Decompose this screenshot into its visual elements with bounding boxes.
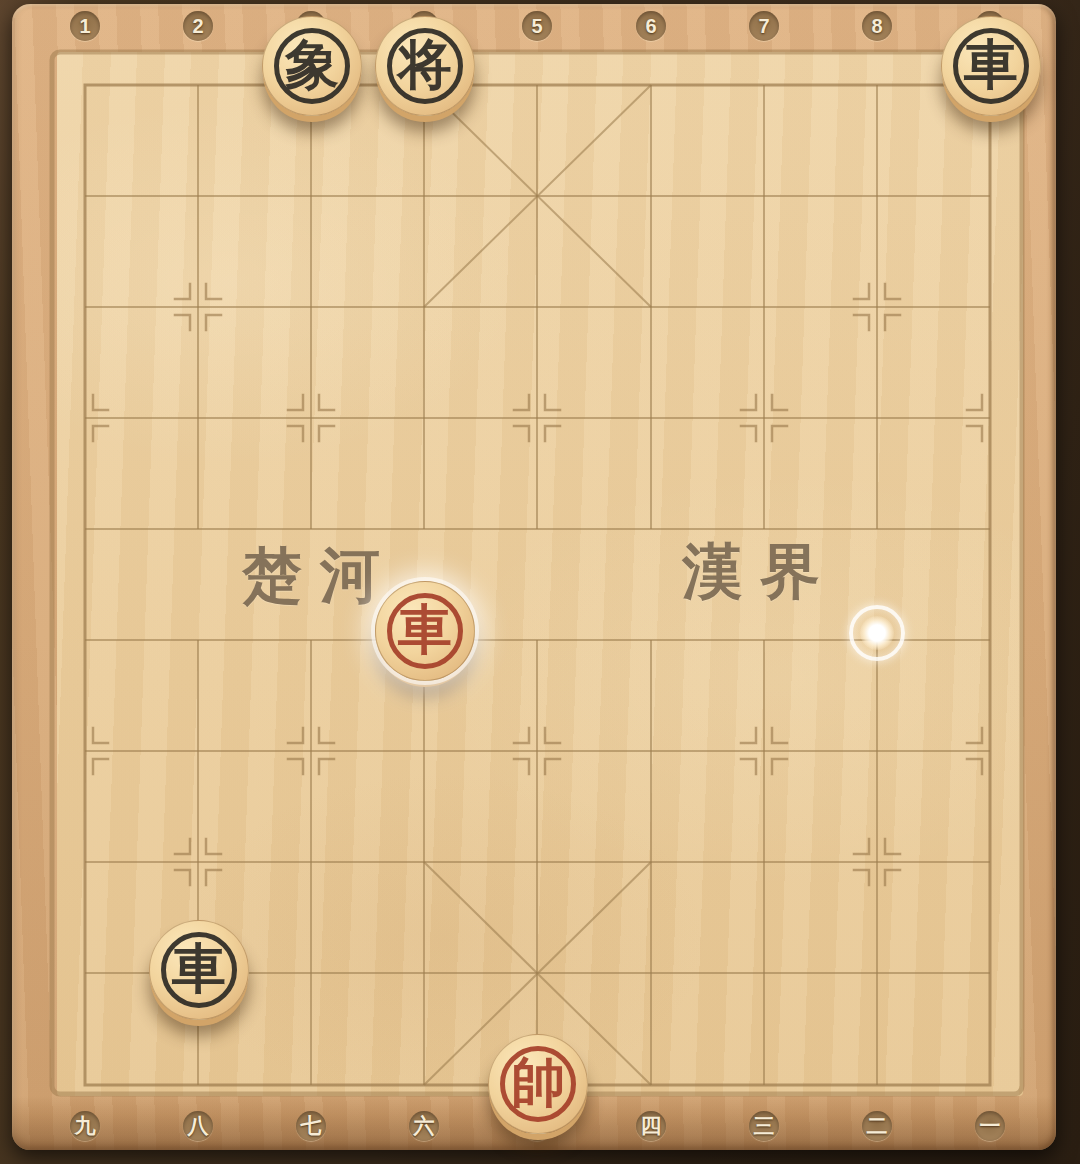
file-label-bottom-六: 六 [409,1111,439,1141]
piece-ring: 象 [274,28,350,104]
piece-ring: 将 [387,28,463,104]
piece-glyph: 将 [398,38,452,92]
file-label-bottom-八: 八 [183,1111,213,1141]
river-label-left: 楚河 [242,546,398,606]
piece-glyph: 帥 [511,1056,565,1110]
app-background: 楚河 漢界 123456789九八七六五四三二一 象将車車車帥 [0,0,1080,1164]
file-label-top-7: 7 [749,11,779,41]
black-chariot-left-piece[interactable]: 車 [149,920,249,1020]
piece-ring: 車 [387,593,463,669]
black-elephant-piece[interactable]: 象 [262,16,362,116]
file-label-top-6: 6 [636,11,666,41]
file-label-bottom-三: 三 [749,1111,779,1141]
file-label-top-8: 8 [862,11,892,41]
move-highlight-marker[interactable] [849,605,905,661]
highlight-glow-dot [860,616,894,650]
black-chariot-right-piece[interactable]: 車 [941,16,1041,116]
file-label-bottom-七: 七 [296,1111,326,1141]
file-label-bottom-二: 二 [862,1111,892,1141]
river-label-right: 漢界 [682,542,838,602]
piece-glyph: 車 [964,38,1018,92]
piece-ring: 車 [953,28,1029,104]
file-label-top-2: 2 [183,11,213,41]
piece-ring: 帥 [500,1046,576,1122]
red-general-piece[interactable]: 帥 [488,1034,588,1134]
piece-glyph: 車 [398,603,452,657]
black-general-piece[interactable]: 将 [375,16,475,116]
piece-glyph: 象 [285,38,339,92]
red-chariot-piece[interactable]: 車 [375,581,475,681]
file-label-top-1: 1 [70,11,100,41]
piece-ring: 車 [161,932,237,1008]
file-label-bottom-四: 四 [636,1111,666,1141]
file-label-bottom-一: 一 [975,1111,1005,1141]
file-label-bottom-九: 九 [70,1111,100,1141]
file-label-top-5: 5 [522,11,552,41]
piece-glyph: 車 [172,942,226,996]
